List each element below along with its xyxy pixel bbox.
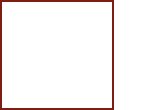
chess-board-frame bbox=[0, 0, 114, 110]
chess-board bbox=[2, 2, 112, 108]
page-margin bbox=[114, 0, 147, 110]
